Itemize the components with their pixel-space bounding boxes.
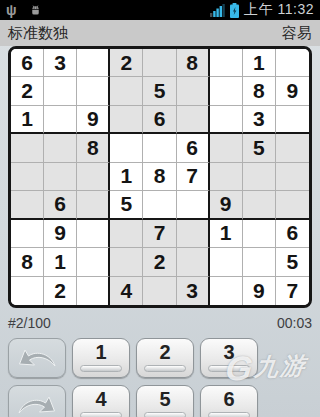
info-row: #2/100 00:03 <box>0 308 320 338</box>
sudoku-cell-r4c8[interactable]: 5 <box>243 134 276 162</box>
sudoku-cell-r1c8[interactable]: 1 <box>243 49 276 77</box>
signal-icon <box>210 4 225 17</box>
redo-button[interactable] <box>8 385 66 417</box>
sudoku-cell-r1c7[interactable] <box>210 49 243 77</box>
status-bar: ψ <box>0 0 320 20</box>
sudoku-cell-r8c7[interactable] <box>210 248 243 276</box>
sudoku-cell-r9c9[interactable]: 7 <box>276 277 309 305</box>
sudoku-cell-r8c8[interactable] <box>243 248 276 276</box>
sudoku-cell-r9c1[interactable] <box>11 277 44 305</box>
digit-count-bar <box>80 412 122 417</box>
sudoku-cell-r3c4[interactable] <box>110 106 143 134</box>
sudoku-cell-r7c1[interactable] <box>11 220 44 248</box>
sudoku-cell-r4c9[interactable] <box>276 134 309 162</box>
digit-count-bar <box>208 412 250 417</box>
keypad: 1 2 3 4 5 <box>0 338 320 417</box>
digit-label: 1 <box>95 340 106 364</box>
difficulty-label[interactable]: 容易 <box>282 24 312 43</box>
sudoku-cell-r4c5[interactable] <box>143 134 176 162</box>
sudoku-cell-r6c6[interactable] <box>177 191 210 219</box>
redo-icon <box>15 390 59 417</box>
digit-label: 6 <box>223 387 234 411</box>
sudoku-cell-r5c1[interactable] <box>11 163 44 191</box>
android-debug-icon <box>29 4 42 17</box>
sudoku-cell-r2c3[interactable] <box>77 77 110 105</box>
digit-count-bar <box>80 365 122 372</box>
digit-5-button[interactable]: 5 <box>136 385 194 417</box>
sudoku-cell-r5c2[interactable] <box>44 163 77 191</box>
sudoku-app-screen: ψ <box>0 0 320 417</box>
sudoku-cell-r8c3[interactable] <box>77 248 110 276</box>
sudoku-cell-r7c6[interactable] <box>177 220 210 248</box>
sudoku-cell-r4c1[interactable] <box>11 134 44 162</box>
sudoku-cell-r7c9[interactable]: 6 <box>276 220 309 248</box>
page-title: 标准数独 <box>8 24 68 43</box>
usb-icon: ψ <box>6 3 17 17</box>
digit-label: 3 <box>223 340 234 364</box>
sudoku-cell-r9c4[interactable]: 4 <box>110 277 143 305</box>
sudoku-cell-r5c3[interactable] <box>77 163 110 191</box>
sudoku-cell-r5c8[interactable] <box>243 163 276 191</box>
sudoku-cell-r8c5[interactable]: 2 <box>143 248 176 276</box>
sudoku-cell-r9c3[interactable] <box>77 277 110 305</box>
sudoku-cell-r2c2[interactable] <box>44 77 77 105</box>
undo-button[interactable] <box>8 338 66 378</box>
sudoku-cell-r7c5[interactable]: 7 <box>143 220 176 248</box>
sudoku-cell-r8c1[interactable]: 8 <box>11 248 44 276</box>
sudoku-cell-r6c9[interactable] <box>276 191 309 219</box>
sudoku-cell-r1c3[interactable] <box>77 49 110 77</box>
sudoku-cell-r2c5[interactable]: 5 <box>143 77 176 105</box>
puzzle-number: #2/100 <box>8 315 51 331</box>
sudoku-cell-r8c4[interactable] <box>110 248 143 276</box>
digit-3-button[interactable]: 3 <box>200 338 258 378</box>
sudoku-cell-r4c3[interactable]: 8 <box>77 134 110 162</box>
sudoku-cell-r2c4[interactable] <box>110 77 143 105</box>
sudoku-cell-r6c3[interactable] <box>77 191 110 219</box>
undo-icon <box>15 343 59 371</box>
digit-count-bar <box>144 365 186 372</box>
sudoku-cell-r9c6[interactable]: 3 <box>177 277 210 305</box>
digit-label: 5 <box>159 387 170 411</box>
sudoku-cell-r7c7[interactable]: 1 <box>210 220 243 248</box>
sudoku-cell-r9c8[interactable]: 9 <box>243 277 276 305</box>
sudoku-cell-r2c7[interactable] <box>210 77 243 105</box>
sudoku-cell-r5c4[interactable]: 1 <box>110 163 143 191</box>
sudoku-cell-r3c9[interactable] <box>276 106 309 134</box>
sudoku-cell-r9c5[interactable] <box>143 277 176 305</box>
sudoku-cell-r5c7[interactable] <box>210 163 243 191</box>
digit-count-bar <box>144 412 186 417</box>
sudoku-cell-r3c7[interactable] <box>210 106 243 134</box>
sudoku-cell-r8c6[interactable] <box>177 248 210 276</box>
sudoku-cell-r3c8[interactable]: 3 <box>243 106 276 134</box>
digit-count-bar <box>208 365 250 372</box>
sudoku-cell-r4c4[interactable] <box>110 134 143 162</box>
digit-4-button[interactable]: 4 <box>72 385 130 417</box>
sudoku-cell-r5c6[interactable]: 7 <box>177 163 210 191</box>
sudoku-cell-r4c2[interactable] <box>44 134 77 162</box>
sudoku-cell-r5c9[interactable] <box>276 163 309 191</box>
sudoku-cell-r4c6[interactable]: 6 <box>177 134 210 162</box>
sudoku-cell-r7c8[interactable] <box>243 220 276 248</box>
sudoku-cell-r8c9[interactable]: 5 <box>276 248 309 276</box>
sudoku-cell-r3c6[interactable] <box>177 106 210 134</box>
sudoku-cell-r3c3[interactable]: 9 <box>77 106 110 134</box>
sudoku-cell-r3c5[interactable]: 6 <box>143 106 176 134</box>
sudoku-cell-r6c1[interactable] <box>11 191 44 219</box>
sudoku-cell-r2c8[interactable]: 8 <box>243 77 276 105</box>
sudoku-cell-r6c8[interactable] <box>243 191 276 219</box>
sudoku-cell-r2c9[interactable]: 9 <box>276 77 309 105</box>
sudoku-cell-r7c3[interactable] <box>77 220 110 248</box>
sudoku-cell-r9c7[interactable] <box>210 277 243 305</box>
board-area: 63281258919638651876599716812524397 <box>0 46 320 308</box>
sudoku-cell-r1c1[interactable]: 6 <box>11 49 44 77</box>
sudoku-cell-r2c6[interactable] <box>177 77 210 105</box>
sudoku-cell-r7c4[interactable] <box>110 220 143 248</box>
digit-2-button[interactable]: 2 <box>136 338 194 378</box>
sudoku-cell-r3c2[interactable] <box>44 106 77 134</box>
sudoku-cell-r1c4[interactable]: 2 <box>110 49 143 77</box>
sudoku-cell-r7c2[interactable]: 9 <box>44 220 77 248</box>
timer: 00:03 <box>277 315 312 331</box>
sudoku-cell-r5c5[interactable]: 8 <box>143 163 176 191</box>
digit-label: 4 <box>95 387 106 411</box>
digit-6-button[interactable]: 6 <box>200 385 258 417</box>
sudoku-cell-r9c2[interactable]: 2 <box>44 277 77 305</box>
sudoku-cell-r8c2[interactable]: 1 <box>44 248 77 276</box>
sudoku-cell-r6c7[interactable]: 9 <box>210 191 243 219</box>
sudoku-cell-r6c2[interactable]: 6 <box>44 191 77 219</box>
app-header: 标准数独 容易 <box>0 20 320 46</box>
sudoku-cell-r1c9[interactable] <box>276 49 309 77</box>
sudoku-cell-r2c1[interactable]: 2 <box>11 77 44 105</box>
sudoku-cell-r3c1[interactable]: 1 <box>11 106 44 134</box>
sudoku-cell-r1c6[interactable]: 8 <box>177 49 210 77</box>
status-time: 上午 11:32 <box>244 1 314 19</box>
sudoku-cell-r4c7[interactable] <box>210 134 243 162</box>
sudoku-board[interactable]: 63281258919638651876599716812524397 <box>8 46 312 308</box>
battery-charging-icon <box>230 3 239 18</box>
sudoku-cell-r6c4[interactable]: 5 <box>110 191 143 219</box>
sudoku-cell-r1c2[interactable]: 3 <box>44 49 77 77</box>
digit-label: 2 <box>159 340 170 364</box>
sudoku-cell-r1c5[interactable] <box>143 49 176 77</box>
sudoku-cell-r6c5[interactable] <box>143 191 176 219</box>
digit-1-button[interactable]: 1 <box>72 338 130 378</box>
